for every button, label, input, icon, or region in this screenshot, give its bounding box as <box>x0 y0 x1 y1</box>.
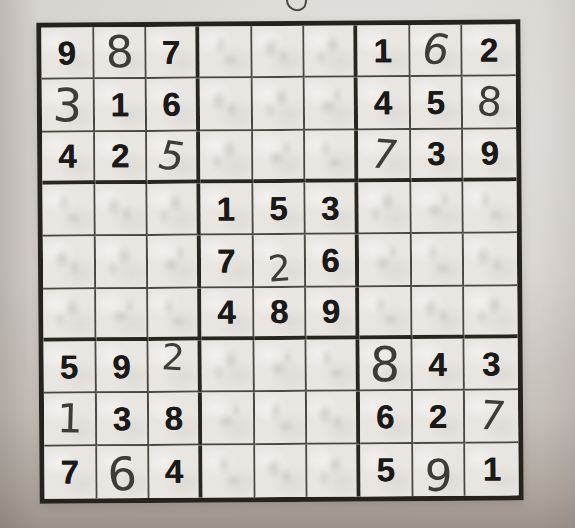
cell-r5c2 <box>95 236 148 289</box>
printed-digit: 1 <box>217 192 236 225</box>
printed-digit: 4 <box>217 296 236 329</box>
cell-r5c9 <box>464 234 517 287</box>
cell-r2c7: 4 <box>358 77 411 130</box>
cell-r1c5 <box>252 26 305 79</box>
cell-r6c6: 9 <box>307 287 360 340</box>
cell-r4c6: 3 <box>306 182 359 235</box>
printed-digit: 3 <box>113 402 132 435</box>
cell-r4c7 <box>358 182 411 235</box>
cell-r7c9: 3 <box>465 338 518 391</box>
cell-r6c4: 4 <box>201 288 254 341</box>
handwritten-digit: 9 <box>424 453 454 498</box>
cell-r4c4: 1 <box>200 183 253 236</box>
photo-of-paper-sudoku: { "game": "sudoku", "position": "987...1… <box>0 0 575 528</box>
cell-r2c1: 3 <box>42 80 95 133</box>
printed-digit: 9 <box>481 137 500 170</box>
printed-digit: 2 <box>480 33 499 66</box>
cell-r5c3 <box>148 236 201 289</box>
cell-r6c8 <box>412 286 465 339</box>
cell-r2c8: 5 <box>410 77 463 130</box>
printed-digit: 9 <box>58 36 77 69</box>
printed-digit: 9 <box>322 295 341 328</box>
printed-digit: 3 <box>321 191 340 224</box>
cell-r4c8 <box>411 182 464 235</box>
cell-r5c8 <box>411 234 464 287</box>
printed-digit: 1 <box>374 34 393 67</box>
cell-r3c2: 2 <box>95 132 148 185</box>
cell-r7c6 <box>307 339 360 392</box>
printed-digit: 3 <box>482 347 501 380</box>
printed-digit: 8 <box>164 402 183 435</box>
cell-r3c1: 4 <box>42 132 95 185</box>
cell-r4c5: 5 <box>253 183 306 236</box>
cell-r2c3: 6 <box>147 79 200 132</box>
handwritten-digit: 7 <box>366 133 402 174</box>
cell-r9c3: 4 <box>150 445 203 498</box>
cell-r5c6: 6 <box>306 235 359 288</box>
handwritten-digit: 2 <box>266 251 292 289</box>
cell-r7c4 <box>202 340 255 393</box>
cell-r7c5 <box>254 340 307 393</box>
handwritten-digit: 1 <box>56 399 83 440</box>
printed-digit: 7 <box>162 35 181 68</box>
printed-digit: 5 <box>427 86 446 119</box>
printed-digit: 6 <box>321 244 340 277</box>
cell-r1c9: 2 <box>463 24 516 77</box>
cell-r7c3: 2 <box>149 341 202 394</box>
cell-r6c2 <box>96 289 149 342</box>
cell-r1c7: 1 <box>357 25 410 78</box>
cell-r8c2: 3 <box>97 393 150 446</box>
cell-r8c9: 7 <box>465 391 518 444</box>
cell-r1c8: 6 <box>410 25 463 78</box>
cell-r8c3: 8 <box>149 393 202 446</box>
printed-digit: 5 <box>269 192 288 225</box>
cell-r4c3 <box>148 184 201 237</box>
cell-r5c5: 2 <box>253 235 306 288</box>
cell-r6c1 <box>43 289 96 342</box>
cell-r2c4 <box>200 79 253 132</box>
handwritten-digit: 3 <box>52 82 83 129</box>
cell-r8c7: 6 <box>360 391 413 444</box>
cell-r6c5: 8 <box>254 287 307 340</box>
printed-digit: 1 <box>111 88 130 121</box>
handwritten-digit: 5 <box>154 134 191 177</box>
printed-digit: 2 <box>111 139 130 172</box>
cell-r3c4 <box>200 131 253 184</box>
cell-r6c9 <box>465 286 518 339</box>
cell-r5c7 <box>359 234 412 287</box>
cell-r1c1: 9 <box>41 27 94 80</box>
printed-digit: 5 <box>376 454 395 487</box>
cell-r9c1: 7 <box>44 446 97 499</box>
cell-r2c6 <box>305 78 358 131</box>
handwritten-digit: 6 <box>107 450 139 498</box>
cell-r3c3: 5 <box>147 131 200 184</box>
cell-r8c4 <box>202 393 255 446</box>
cell-r8c5 <box>255 392 308 445</box>
cell-r9c5 <box>255 444 308 497</box>
cell-r1c4 <box>199 26 252 79</box>
printed-digit: 4 <box>428 347 447 380</box>
cell-r3c7: 7 <box>358 130 411 183</box>
printed-digit: 7 <box>60 456 79 489</box>
cell-r4c1 <box>42 184 95 237</box>
cell-r3c8: 3 <box>411 129 464 182</box>
handwritten-digit: 6 <box>418 28 454 72</box>
printed-digit: 4 <box>374 86 393 119</box>
handwritten-digit: 8 <box>369 340 401 389</box>
cell-r9c8: 9 <box>413 443 466 496</box>
handwritten-digit: 2 <box>161 339 186 376</box>
cell-r7c8: 4 <box>412 339 465 392</box>
cell-r6c3 <box>149 288 202 341</box>
cell-r9c9: 1 <box>466 443 519 496</box>
cell-r9c2: 6 <box>97 446 150 499</box>
cell-r7c1: 5 <box>44 341 97 394</box>
cell-r1c6 <box>305 25 358 78</box>
cell-r9c7: 5 <box>360 444 413 497</box>
printed-digit: 8 <box>270 295 289 328</box>
cell-r8c6 <box>307 392 360 445</box>
cell-r1c2: 8 <box>94 27 147 80</box>
cell-r5c4: 7 <box>201 236 254 289</box>
cell-r1c3: 7 <box>147 27 200 80</box>
printed-digit: 6 <box>376 400 395 433</box>
printed-digit: 7 <box>217 244 236 277</box>
printed-digit: 2 <box>429 400 448 433</box>
cell-r2c5 <box>252 78 305 131</box>
cell-r7c2: 9 <box>96 341 149 394</box>
cell-r2c9: 8 <box>463 77 516 130</box>
sudoku-board: 9871623164584257391537264895928431386277… <box>36 19 523 503</box>
printed-digit: 1 <box>483 453 502 486</box>
handwritten-digit: 8 <box>104 29 135 75</box>
cell-r8c8: 2 <box>413 391 466 444</box>
cropped-header-glyph <box>285 0 309 12</box>
cell-r9c6 <box>308 444 361 497</box>
cell-r3c9: 9 <box>463 129 516 182</box>
cell-r8c1: 1 <box>44 394 97 447</box>
handwritten-digit: 8 <box>475 81 504 123</box>
cell-r2c2: 1 <box>94 79 147 132</box>
cell-r7c7: 8 <box>360 339 413 392</box>
cell-r4c2 <box>95 184 148 237</box>
printed-digit: 4 <box>58 140 77 173</box>
cell-r3c6 <box>305 130 358 183</box>
printed-digit: 9 <box>112 350 131 383</box>
printed-digit: 5 <box>60 350 79 383</box>
printed-digit: 6 <box>162 88 181 121</box>
cell-r5c1 <box>43 237 96 290</box>
printed-digit: 3 <box>427 137 446 170</box>
cell-r9c4 <box>202 445 255 498</box>
cell-r4c9 <box>464 181 517 234</box>
handwritten-digit: 7 <box>475 395 509 436</box>
cell-r3c5 <box>253 130 306 183</box>
printed-digit: 4 <box>165 455 184 488</box>
cell-r6c7 <box>359 287 412 340</box>
